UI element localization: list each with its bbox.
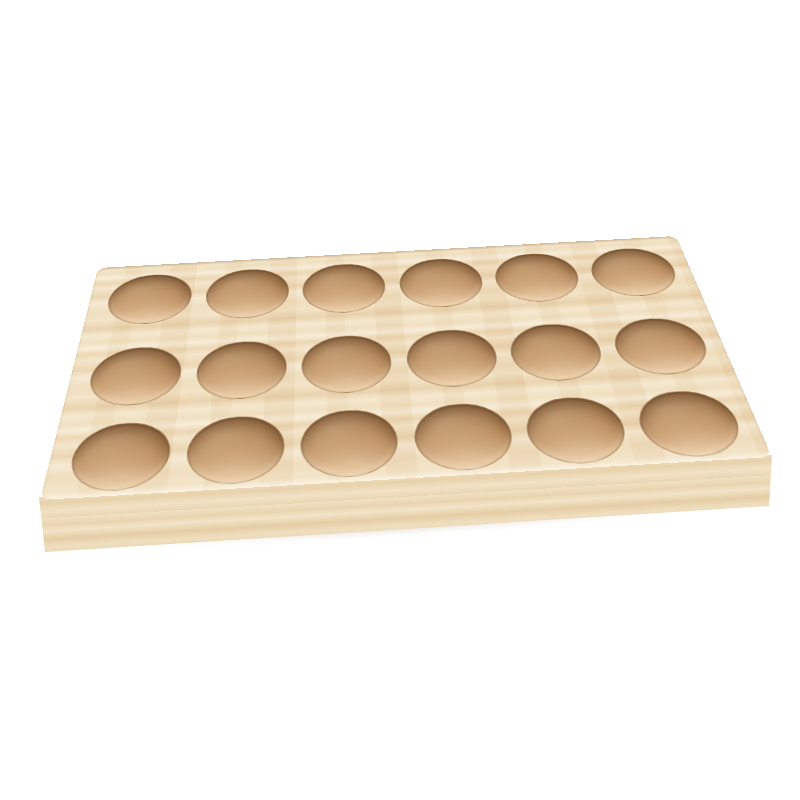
pit-r3-c4[interactable] [411,401,517,473]
cell-r2-c3 [294,316,402,397]
cell-r2-c6 [594,299,724,378]
pit-r3-c6[interactable] [630,388,750,459]
pit-r2-c1[interactable] [84,344,185,407]
cell-r1-c3 [295,252,395,322]
cell-r1-c4 [389,247,494,316]
pit-r3-c3[interactable] [300,407,400,480]
cell-r1-c1 [94,262,203,333]
pit-r3-c5[interactable] [521,394,634,465]
cell-r3-c2 [173,397,293,492]
pit-r2-c4[interactable] [404,327,501,389]
cell-r3-c3 [292,390,410,485]
cell-r3-c1 [55,403,185,499]
pit-r3-c1[interactable] [65,420,175,494]
cell-r3-c4 [402,384,527,478]
pit-r1-c2[interactable] [203,267,289,320]
pit-grid [40,236,772,500]
tray-top-face [40,236,772,500]
cell-r1-c6 [575,236,694,304]
pit-r1-c1[interactable] [103,272,195,326]
cell-r1-c2 [195,257,297,327]
pit-r2-c3[interactable] [302,333,394,395]
pit-r3-c2[interactable] [183,413,285,486]
cell-r2-c1 [76,327,195,409]
pit-r1-c3[interactable] [303,262,388,315]
pit-r2-c2[interactable] [193,339,287,402]
cell-r2-c2 [185,322,295,403]
cell-r2-c4 [395,310,509,390]
pit-r2-c6[interactable] [607,316,716,377]
pit-r1-c4[interactable] [397,256,486,309]
pit-r1-c5[interactable] [491,251,585,303]
product-photo-stage [0,0,800,800]
pit-r2-c5[interactable] [506,321,609,382]
pit-r1-c6[interactable] [584,246,683,298]
